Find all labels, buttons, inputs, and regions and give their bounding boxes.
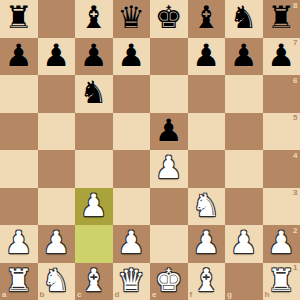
square-e4[interactable]: ♟ (150, 150, 188, 188)
white-rook[interactable]: ♜ (267, 265, 295, 296)
square-a5[interactable] (0, 113, 38, 151)
square-e8[interactable]: ♚ (150, 0, 188, 38)
square-c1[interactable]: ♝c (75, 263, 113, 300)
square-b1[interactable]: ♞b (38, 263, 76, 300)
black-bishop[interactable]: ♝ (192, 2, 220, 33)
square-c5[interactable] (75, 113, 113, 151)
white-pawn[interactable]: ♟ (192, 227, 220, 258)
white-king[interactable]: ♚ (155, 265, 183, 296)
square-g6[interactable] (225, 75, 263, 113)
square-e1[interactable]: ♚e (150, 263, 188, 300)
white-pawn[interactable]: ♟ (117, 227, 145, 258)
black-pawn[interactable]: ♟ (155, 115, 183, 146)
square-f2[interactable]: ♟ (188, 225, 226, 263)
square-f8[interactable]: ♝ (188, 0, 226, 38)
square-f4[interactable] (188, 150, 226, 188)
black-bishop[interactable]: ♝ (80, 2, 108, 33)
white-pawn[interactable]: ♟ (80, 190, 108, 221)
white-pawn[interactable]: ♟ (155, 152, 183, 183)
square-f7[interactable]: ♟ (188, 38, 226, 76)
square-e2[interactable] (150, 225, 188, 263)
square-a2[interactable]: ♟ (0, 225, 38, 263)
black-rook[interactable]: ♜ (267, 2, 295, 33)
square-d6[interactable] (113, 75, 151, 113)
square-a7[interactable]: ♟ (0, 38, 38, 76)
square-a8[interactable]: ♜ (0, 0, 38, 38)
black-pawn[interactable]: ♟ (267, 40, 295, 71)
square-h1[interactable]: ♜1h (263, 263, 301, 300)
white-knight[interactable]: ♞ (192, 190, 220, 221)
square-e3[interactable] (150, 188, 188, 226)
square-d2[interactable]: ♟ (113, 225, 151, 263)
square-d5[interactable] (113, 113, 151, 151)
square-d7[interactable]: ♟ (113, 38, 151, 76)
square-e5[interactable]: ♟ (150, 113, 188, 151)
square-f5[interactable] (188, 113, 226, 151)
square-b3[interactable] (38, 188, 76, 226)
square-b4[interactable] (38, 150, 76, 188)
square-c3[interactable]: ♟ (75, 188, 113, 226)
white-bishop[interactable]: ♝ (80, 265, 108, 296)
black-knight[interactable]: ♞ (230, 2, 258, 33)
square-g2[interactable]: ♟ (225, 225, 263, 263)
square-b7[interactable]: ♟ (38, 38, 76, 76)
file-label-g: g (227, 291, 232, 299)
rank-label-6: 6 (293, 77, 297, 85)
square-h5[interactable]: 5 (263, 113, 301, 151)
white-pawn[interactable]: ♟ (230, 227, 258, 258)
square-h6[interactable]: 6 (263, 75, 301, 113)
white-bishop[interactable]: ♝ (192, 265, 220, 296)
square-h4[interactable]: 4 (263, 150, 301, 188)
square-b6[interactable] (38, 75, 76, 113)
black-pawn[interactable]: ♟ (5, 40, 33, 71)
square-c6[interactable]: ♞ (75, 75, 113, 113)
square-e7[interactable] (150, 38, 188, 76)
white-pawn[interactable]: ♟ (42, 227, 70, 258)
black-pawn[interactable]: ♟ (117, 40, 145, 71)
white-pawn[interactable]: ♟ (5, 227, 33, 258)
square-c8[interactable]: ♝ (75, 0, 113, 38)
black-pawn[interactable]: ♟ (42, 40, 70, 71)
square-g3[interactable] (225, 188, 263, 226)
square-c2[interactable] (75, 225, 113, 263)
square-g5[interactable] (225, 113, 263, 151)
rank-label-4: 4 (293, 152, 297, 160)
square-d3[interactable] (113, 188, 151, 226)
black-rook[interactable]: ♜ (5, 2, 33, 33)
black-knight[interactable]: ♞ (80, 77, 108, 108)
square-a3[interactable] (0, 188, 38, 226)
black-queen[interactable]: ♛ (117, 2, 145, 33)
square-b5[interactable] (38, 113, 76, 151)
black-king[interactable]: ♚ (155, 2, 183, 33)
square-h3[interactable]: 3 (263, 188, 301, 226)
square-a6[interactable] (0, 75, 38, 113)
square-h7[interactable]: ♟7 (263, 38, 301, 76)
white-queen[interactable]: ♛ (117, 265, 145, 296)
square-g8[interactable]: ♞ (225, 0, 263, 38)
square-b8[interactable] (38, 0, 76, 38)
white-rook[interactable]: ♜ (5, 265, 33, 296)
square-g7[interactable]: ♟ (225, 38, 263, 76)
black-pawn[interactable]: ♟ (192, 40, 220, 71)
square-g1[interactable]: g (225, 263, 263, 300)
square-f6[interactable] (188, 75, 226, 113)
square-b2[interactable]: ♟ (38, 225, 76, 263)
square-c7[interactable]: ♟ (75, 38, 113, 76)
black-pawn[interactable]: ♟ (230, 40, 258, 71)
square-d8[interactable]: ♛ (113, 0, 151, 38)
square-a4[interactable] (0, 150, 38, 188)
square-d4[interactable] (113, 150, 151, 188)
square-d1[interactable]: ♛d (113, 263, 151, 300)
square-f1[interactable]: ♝f (188, 263, 226, 300)
square-c4[interactable] (75, 150, 113, 188)
square-a1[interactable]: ♜a (0, 263, 38, 300)
black-pawn[interactable]: ♟ (80, 40, 108, 71)
square-h2[interactable]: ♟2 (263, 225, 301, 263)
square-g4[interactable] (225, 150, 263, 188)
square-e6[interactable] (150, 75, 188, 113)
chess-board: ♜♝♛♚♝♞♜8♟♟♟♟♟♟♟7♞6♟5♟4♟♞3♟♟♟♟♟♟2♜a♞b♝c♛d… (0, 0, 300, 300)
rank-label-5: 5 (293, 114, 297, 122)
white-knight[interactable]: ♞ (42, 265, 70, 296)
square-f3[interactable]: ♞ (188, 188, 226, 226)
white-pawn[interactable]: ♟ (267, 227, 295, 258)
rank-label-3: 3 (293, 189, 297, 197)
square-h8[interactable]: ♜8 (263, 0, 301, 38)
